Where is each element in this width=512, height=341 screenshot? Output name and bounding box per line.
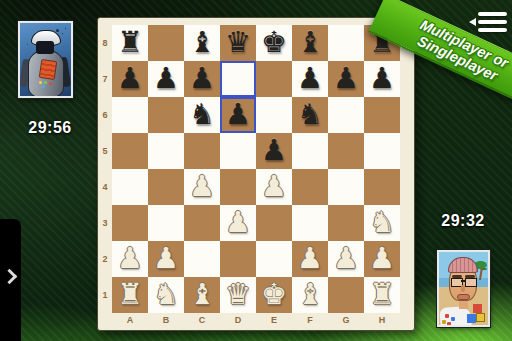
- square-b2[interactable]: ♟: [148, 241, 184, 277]
- piece-white-pawn: ♟: [184, 169, 220, 205]
- piece-white-pawn: ♟: [292, 241, 328, 277]
- hamburger-icon: [478, 20, 507, 24]
- rank-label-8: 8: [98, 25, 112, 61]
- rank-label-3: 3: [98, 205, 112, 241]
- piece-white-pawn: ♟: [328, 241, 364, 277]
- exposed-brain: [448, 257, 478, 273]
- stickers-decoration: [476, 313, 485, 322]
- robot-head: [36, 41, 54, 54]
- bubbles-decoration: [56, 29, 59, 32]
- file-labels: ABCDEFGH: [112, 312, 400, 330]
- square-c3[interactable]: [184, 205, 220, 241]
- square-b3[interactable]: [148, 205, 184, 241]
- rank-label-4: 4: [98, 169, 112, 205]
- rank-label-6: 6: [98, 97, 112, 133]
- rank-label-1: 1: [98, 277, 112, 313]
- rank-labels: 87654321: [98, 25, 112, 313]
- square-f1[interactable]: ♝: [292, 277, 328, 313]
- square-e3[interactable]: [256, 205, 292, 241]
- square-b4[interactable]: [148, 169, 184, 205]
- square-g7[interactable]: ♟: [328, 61, 364, 97]
- square-h1[interactable]: ♜: [364, 277, 400, 313]
- piece-black-pawn: ♟: [364, 61, 400, 97]
- square-d2[interactable]: [220, 241, 256, 277]
- white-player-clock: 29:32: [427, 212, 499, 230]
- square-b5[interactable]: [148, 133, 184, 169]
- black-player-avatar: [18, 21, 73, 98]
- chess-board: 87654321 ♜♝♛♚♝♜♟♟♟♟♟♟♞♟♞♟♟♟♟♞♟♟♟♟♟♜♞♝♛♚♝…: [97, 17, 415, 331]
- square-f4[interactable]: [292, 169, 328, 205]
- robot-buttons: [39, 81, 42, 84]
- square-a4[interactable]: [112, 169, 148, 205]
- file-label-H: H: [364, 312, 400, 330]
- back-arrow-icon: [469, 18, 476, 26]
- hamburger-icon: [478, 12, 507, 16]
- piece-black-pawn: ♟: [292, 61, 328, 97]
- square-d1[interactable]: ♛: [220, 277, 256, 313]
- square-e8[interactable]: ♚: [256, 25, 292, 61]
- square-f2[interactable]: ♟: [292, 241, 328, 277]
- square-e1[interactable]: ♚: [256, 277, 292, 313]
- square-a1[interactable]: ♜: [112, 277, 148, 313]
- square-e6[interactable]: [256, 97, 292, 133]
- piece-white-pawn: ♟: [220, 205, 256, 241]
- square-d4[interactable]: [220, 169, 256, 205]
- square-d7[interactable]: [220, 61, 256, 97]
- piece-white-pawn: ♟: [364, 241, 400, 277]
- piece-white-bishop: ♝: [184, 277, 220, 313]
- board-squares[interactable]: ♜♝♛♚♝♜♟♟♟♟♟♟♞♟♞♟♟♟♟♞♟♟♟♟♟♜♞♝♛♚♝♜: [112, 25, 400, 313]
- piece-white-pawn: ♟: [112, 241, 148, 277]
- square-h3[interactable]: ♞: [364, 205, 400, 241]
- square-a3[interactable]: [112, 205, 148, 241]
- square-g8[interactable]: [328, 25, 364, 61]
- piece-black-rook: ♜: [112, 25, 148, 61]
- square-h2[interactable]: ♟: [364, 241, 400, 277]
- file-label-A: A: [112, 312, 148, 330]
- square-e7[interactable]: [256, 61, 292, 97]
- square-h6[interactable]: [364, 97, 400, 133]
- square-g1[interactable]: [328, 277, 364, 313]
- piece-black-bishop: ♝: [292, 25, 328, 61]
- square-f5[interactable]: [292, 133, 328, 169]
- square-f3[interactable]: [292, 205, 328, 241]
- piece-black-bishop: ♝: [184, 25, 220, 61]
- piece-white-bishop: ♝: [292, 277, 328, 313]
- rank-label-5: 5: [98, 133, 112, 169]
- piece-black-king: ♚: [256, 25, 292, 61]
- piece-black-pawn: ♟: [328, 61, 364, 97]
- robot-chest-panel: [39, 59, 57, 80]
- piece-white-rook: ♜: [112, 277, 148, 313]
- square-g6[interactable]: [328, 97, 364, 133]
- square-d5[interactable]: [220, 133, 256, 169]
- piece-white-queen: ♛: [220, 277, 256, 313]
- file-label-B: B: [148, 312, 184, 330]
- neck: [459, 300, 468, 309]
- square-h7[interactable]: ♟: [364, 61, 400, 97]
- square-a2[interactable]: ♟: [112, 241, 148, 277]
- square-h4[interactable]: [364, 169, 400, 205]
- glasses-lens: [465, 278, 477, 287]
- piece-white-knight: ♞: [364, 205, 400, 241]
- square-a5[interactable]: [112, 133, 148, 169]
- square-d6[interactable]: ♟: [220, 97, 256, 133]
- palm-tree-trunk: [479, 267, 483, 280]
- piece-black-knight: ♞: [292, 97, 328, 133]
- square-f7[interactable]: ♟: [292, 61, 328, 97]
- square-c8[interactable]: ♝: [184, 25, 220, 61]
- square-b7[interactable]: ♟: [148, 61, 184, 97]
- rank-label-7: 7: [98, 61, 112, 97]
- piece-white-king: ♚: [256, 277, 292, 313]
- piece-black-knight: ♞: [184, 97, 220, 133]
- square-d3[interactable]: ♟: [220, 205, 256, 241]
- file-label-C: C: [184, 312, 220, 330]
- square-c4[interactable]: ♟: [184, 169, 220, 205]
- square-c7[interactable]: ♟: [184, 61, 220, 97]
- piece-black-pawn: ♟: [112, 61, 148, 97]
- side-drawer-tab[interactable]: [0, 219, 21, 341]
- square-e5[interactable]: ♟: [256, 133, 292, 169]
- piece-white-knight: ♞: [148, 277, 184, 313]
- piece-black-queen: ♛: [220, 25, 256, 61]
- rank-label-2: 2: [98, 241, 112, 277]
- black-player-clock: 29:56: [14, 119, 86, 137]
- white-player-avatar: [437, 250, 490, 327]
- menu-button[interactable]: [468, 11, 509, 33]
- file-label-G: G: [328, 312, 364, 330]
- square-g4[interactable]: [328, 169, 364, 205]
- file-label-D: D: [220, 312, 256, 330]
- square-a8[interactable]: ♜: [112, 25, 148, 61]
- square-c1[interactable]: ♝: [184, 277, 220, 313]
- square-g3[interactable]: [328, 205, 364, 241]
- piece-black-pawn: ♟: [256, 133, 292, 169]
- lips: [457, 294, 470, 300]
- glasses-bridge: [461, 280, 465, 282]
- square-f6[interactable]: ♞: [292, 97, 328, 133]
- square-a6[interactable]: [112, 97, 148, 133]
- square-f8[interactable]: ♝: [292, 25, 328, 61]
- piece-white-pawn: ♟: [256, 169, 292, 205]
- nose: [461, 285, 465, 292]
- square-g2[interactable]: ♟: [328, 241, 364, 277]
- square-g5[interactable]: [328, 133, 364, 169]
- square-c5[interactable]: [184, 133, 220, 169]
- piece-black-pawn: ♟: [220, 97, 256, 133]
- square-c6[interactable]: ♞: [184, 97, 220, 133]
- game-screen: 29:56 87654321 ♜♝♛♚♝♜♟♟♟♟♟♟♞♟♞♟♟♟♟♞♟♟♟♟♟…: [0, 0, 512, 341]
- square-e2[interactable]: [256, 241, 292, 277]
- piece-white-rook: ♜: [364, 277, 400, 313]
- square-b8[interactable]: [148, 25, 184, 61]
- file-label-E: E: [256, 312, 292, 330]
- square-a7[interactable]: ♟: [112, 61, 148, 97]
- chevron-right-icon: [2, 269, 18, 285]
- square-e4[interactable]: ♟: [256, 169, 292, 205]
- square-b6[interactable]: [148, 97, 184, 133]
- piece-black-pawn: ♟: [148, 61, 184, 97]
- hamburger-icon: [478, 28, 507, 32]
- square-b1[interactable]: ♞: [148, 277, 184, 313]
- piece-white-pawn: ♟: [148, 241, 184, 277]
- square-h5[interactable]: [364, 133, 400, 169]
- square-c2[interactable]: [184, 241, 220, 277]
- square-d8[interactable]: ♛: [220, 25, 256, 61]
- shirt-print: [445, 314, 449, 318]
- piece-black-pawn: ♟: [184, 61, 220, 97]
- file-label-F: F: [292, 312, 328, 330]
